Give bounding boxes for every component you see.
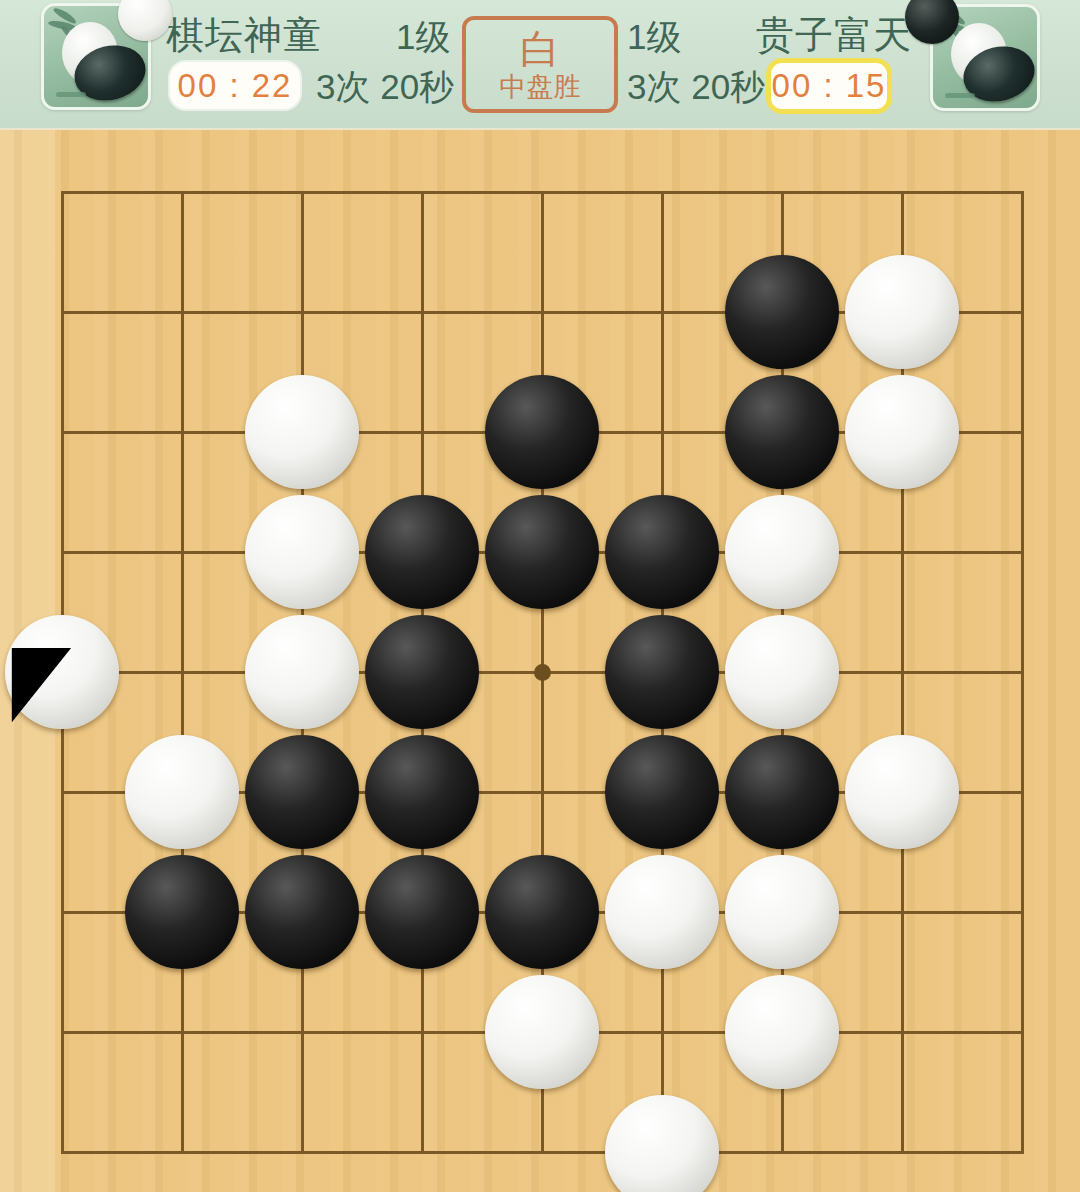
left-player-name: 棋坛神童 — [166, 10, 322, 61]
black-stone — [365, 495, 479, 609]
white-stone — [125, 735, 239, 849]
result-winner-label: 白 — [520, 27, 560, 71]
white-stone — [605, 855, 719, 969]
white-stone — [605, 1095, 719, 1192]
black-stone — [365, 855, 479, 969]
game-screen: 棋坛神童 00 : 22 1级 3次 20秒 白 中盘胜 1级 贵子富天 3次 … — [0, 0, 1080, 1192]
white-stone — [245, 375, 359, 489]
grid-line-vertical — [1021, 191, 1024, 1154]
black-stone — [725, 255, 839, 369]
last-move-triangle-marker-icon — [5, 615, 119, 729]
black-stone — [605, 615, 719, 729]
right-player-rank: 1级 — [627, 14, 681, 61]
white-stone — [725, 495, 839, 609]
star-point — [534, 664, 551, 681]
white-stone — [845, 375, 959, 489]
black-stone — [485, 495, 599, 609]
black-stone — [365, 735, 479, 849]
white-stone — [725, 855, 839, 969]
black-stone — [605, 735, 719, 849]
black-stone — [725, 375, 839, 489]
black-stone — [365, 615, 479, 729]
black-stone — [245, 735, 359, 849]
white-stone — [245, 615, 359, 729]
go-board[interactable] — [0, 130, 1080, 1192]
left-player-byoyomi: 3次 20秒 — [316, 64, 454, 111]
result-method-label: 中盘胜 — [500, 71, 581, 103]
right-player-timer-active: 00 : 15 — [766, 58, 892, 114]
white-stone — [845, 735, 959, 849]
white-stone — [485, 975, 599, 1089]
grass-icon — [56, 92, 86, 97]
left-player-rank: 1级 — [396, 14, 450, 61]
black-stone — [605, 495, 719, 609]
game-result-badge: 白 中盘胜 — [462, 16, 618, 113]
white-stone — [5, 615, 119, 729]
right-player-name: 贵子富天 — [756, 10, 912, 61]
white-stone — [725, 975, 839, 1089]
black-stone — [725, 735, 839, 849]
white-stone — [845, 255, 959, 369]
right-player-byoyomi: 3次 20秒 — [627, 64, 765, 111]
black-stone — [485, 375, 599, 489]
grass-icon — [945, 93, 975, 98]
black-stone — [245, 855, 359, 969]
grid-line-vertical — [181, 191, 184, 1154]
white-stone — [245, 495, 359, 609]
left-player-timer: 00 : 22 — [170, 62, 300, 109]
white-stone — [725, 615, 839, 729]
black-stone — [485, 855, 599, 969]
match-header: 棋坛神童 00 : 22 1级 3次 20秒 白 中盘胜 1级 贵子富天 3次 … — [0, 0, 1080, 130]
black-stone — [125, 855, 239, 969]
